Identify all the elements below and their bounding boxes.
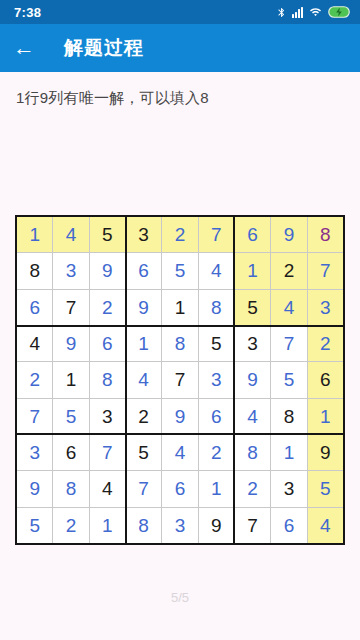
cell-r9c4: 8 bbox=[126, 508, 161, 543]
cell-r6c8: 8 bbox=[271, 399, 306, 434]
cell-r8c9: 5 bbox=[308, 471, 343, 506]
cell-r1c3: 5 bbox=[90, 217, 125, 252]
cell-r2c7: 1 bbox=[235, 253, 270, 288]
cell-r2c2: 3 bbox=[53, 253, 88, 288]
cell-r4c3: 6 bbox=[90, 326, 125, 361]
cell-r1c6: 7 bbox=[199, 217, 234, 252]
cell-r7c7: 8 bbox=[235, 435, 270, 470]
cell-r6c4: 2 bbox=[126, 399, 161, 434]
status-icons bbox=[276, 0, 350, 24]
back-button[interactable]: ← bbox=[0, 24, 48, 72]
cell-r4c6: 5 bbox=[199, 326, 234, 361]
cell-r5c6: 3 bbox=[199, 362, 234, 397]
cell-r4c9: 2 bbox=[308, 326, 343, 361]
cell-r1c9: 8 bbox=[308, 217, 343, 252]
cell-r9c9: 4 bbox=[308, 508, 343, 543]
cell-r6c5: 9 bbox=[162, 399, 197, 434]
cell-r3c3: 2 bbox=[90, 290, 125, 325]
cell-r6c7: 4 bbox=[235, 399, 270, 434]
cell-r5c1: 2 bbox=[17, 362, 52, 397]
cell-r1c5: 2 bbox=[162, 217, 197, 252]
cell-r7c1: 3 bbox=[17, 435, 52, 470]
cell-r1c8: 9 bbox=[271, 217, 306, 252]
cell-r2c9: 7 bbox=[308, 253, 343, 288]
cell-r8c2: 8 bbox=[53, 471, 88, 506]
cell-r7c9: 9 bbox=[308, 435, 343, 470]
cell-r7c4: 5 bbox=[126, 435, 161, 470]
cell-r6c2: 5 bbox=[53, 399, 88, 434]
cell-r6c3: 3 bbox=[90, 399, 125, 434]
clock: 7:38 bbox=[14, 5, 41, 20]
cell-r2c3: 9 bbox=[90, 253, 125, 288]
cell-r7c6: 2 bbox=[199, 435, 234, 470]
cell-r8c1: 9 bbox=[17, 471, 52, 506]
cell-r2c8: 2 bbox=[271, 253, 306, 288]
cell-r1c7: 6 bbox=[235, 217, 270, 252]
page-title: 解题过程 bbox=[64, 35, 144, 61]
cell-r3c1: 6 bbox=[17, 290, 52, 325]
cell-r5c2: 1 bbox=[53, 362, 88, 397]
cell-r2c1: 8 bbox=[17, 253, 52, 288]
box-divider-vertical-1 bbox=[125, 217, 127, 543]
cell-r8c6: 1 bbox=[199, 471, 234, 506]
cell-r9c6: 9 bbox=[199, 508, 234, 543]
cell-r3c7: 5 bbox=[235, 290, 270, 325]
cell-r3c2: 7 bbox=[53, 290, 88, 325]
cell-r9c1: 5 bbox=[17, 508, 52, 543]
cell-r5c8: 5 bbox=[271, 362, 306, 397]
solve-step-message: 1行9列有唯一解，可以填入8 bbox=[16, 89, 344, 108]
sudoku-board: 1453276988396541276729185434961853722184… bbox=[15, 215, 345, 545]
cell-r5c5: 7 bbox=[162, 362, 197, 397]
cell-r2c4: 6 bbox=[126, 253, 161, 288]
status-bar: 7:38 bbox=[0, 0, 360, 24]
cell-r7c3: 7 bbox=[90, 435, 125, 470]
box-divider-horizontal-2 bbox=[17, 433, 343, 435]
bluetooth-icon bbox=[276, 6, 287, 19]
page-indicator: 5/5 bbox=[0, 590, 360, 605]
cell-r8c3: 4 bbox=[90, 471, 125, 506]
cell-r6c9: 1 bbox=[308, 399, 343, 434]
cell-r6c1: 7 bbox=[17, 399, 52, 434]
cell-r9c5: 3 bbox=[162, 508, 197, 543]
cell-r9c8: 6 bbox=[271, 508, 306, 543]
cell-r7c5: 4 bbox=[162, 435, 197, 470]
cell-r5c7: 9 bbox=[235, 362, 270, 397]
cell-r5c3: 8 bbox=[90, 362, 125, 397]
cell-r1c2: 4 bbox=[53, 217, 88, 252]
battery-charging-icon bbox=[328, 6, 350, 18]
cell-r2c6: 4 bbox=[199, 253, 234, 288]
cell-r7c2: 6 bbox=[53, 435, 88, 470]
box-divider-vertical-2 bbox=[233, 217, 235, 543]
cell-r4c4: 1 bbox=[126, 326, 161, 361]
cell-r1c4: 3 bbox=[126, 217, 161, 252]
cell-r7c8: 1 bbox=[271, 435, 306, 470]
cell-r5c9: 6 bbox=[308, 362, 343, 397]
cell-r3c4: 9 bbox=[126, 290, 161, 325]
app-bar: ← 解题过程 bbox=[0, 24, 360, 72]
wifi-icon bbox=[308, 6, 323, 18]
cell-r8c4: 7 bbox=[126, 471, 161, 506]
cell-r1c1: 1 bbox=[17, 217, 52, 252]
cell-r2c5: 5 bbox=[162, 253, 197, 288]
cell-r3c6: 8 bbox=[199, 290, 234, 325]
cell-r4c5: 8 bbox=[162, 326, 197, 361]
box-divider-horizontal-1 bbox=[17, 325, 343, 327]
cell-r8c7: 2 bbox=[235, 471, 270, 506]
cell-r4c2: 9 bbox=[53, 326, 88, 361]
signal-icon bbox=[292, 7, 303, 18]
cell-r4c1: 4 bbox=[17, 326, 52, 361]
cell-r8c5: 6 bbox=[162, 471, 197, 506]
cell-r6c6: 6 bbox=[199, 399, 234, 434]
cell-r5c4: 4 bbox=[126, 362, 161, 397]
cell-r9c3: 1 bbox=[90, 508, 125, 543]
cell-r9c2: 2 bbox=[53, 508, 88, 543]
cell-r4c7: 3 bbox=[235, 326, 270, 361]
cell-r8c8: 3 bbox=[271, 471, 306, 506]
cell-r3c9: 3 bbox=[308, 290, 343, 325]
cell-r3c5: 1 bbox=[162, 290, 197, 325]
cell-r9c7: 7 bbox=[235, 508, 270, 543]
cell-r3c8: 4 bbox=[271, 290, 306, 325]
cell-r4c8: 7 bbox=[271, 326, 306, 361]
